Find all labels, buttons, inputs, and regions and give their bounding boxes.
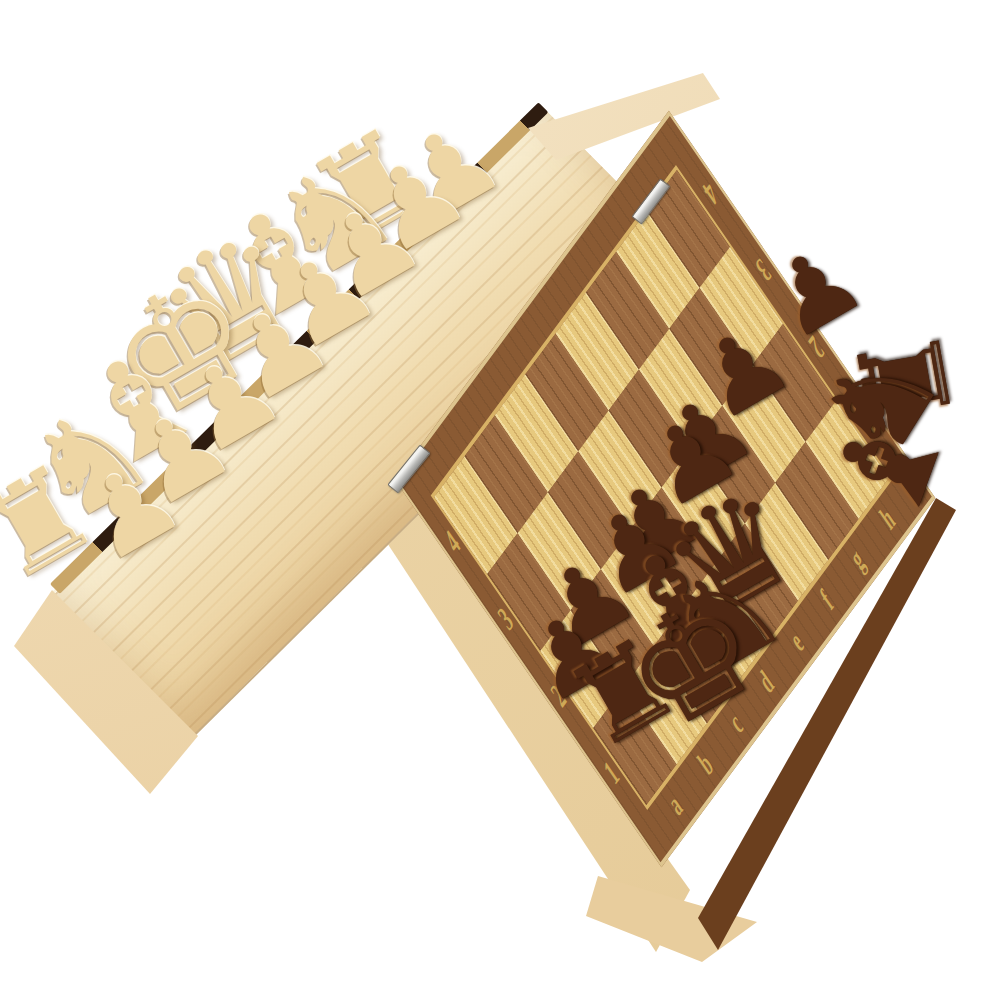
chess-set-product-photo: 44332211abcdefgh ♟♜♟♞♟♝♟♟♛♜♟♚♟♞♟♝♟♝♟♟♞♟♟… bbox=[0, 0, 1002, 1002]
chess-pieces: ♟♜♟♞♟♝♟♟♛♜♟♚♟♞♟♝♟♝♟♟♞♟♟♜♟♛♟♝♞♟♚♜ bbox=[0, 0, 1002, 1002]
